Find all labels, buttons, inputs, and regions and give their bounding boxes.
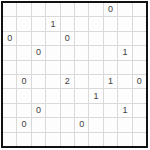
empty-cell[interactable]	[89, 61, 102, 74]
empty-cell[interactable]	[17, 3, 30, 16]
clue-cell[interactable]: 0	[17, 75, 30, 88]
empty-cell[interactable]	[17, 104, 30, 117]
clue-cell[interactable]: 2	[61, 75, 74, 88]
clue-cell[interactable]: 0	[32, 46, 45, 59]
empty-cell[interactable]	[118, 3, 131, 16]
empty-cell[interactable]	[32, 118, 45, 131]
empty-cell[interactable]	[104, 17, 117, 30]
empty-cell[interactable]	[118, 32, 131, 45]
empty-cell[interactable]	[32, 32, 45, 45]
empty-cell[interactable]	[32, 89, 45, 102]
empty-cell[interactable]	[61, 133, 74, 146]
empty-cell[interactable]	[89, 3, 102, 16]
empty-cell[interactable]	[46, 46, 59, 59]
empty-cell[interactable]	[61, 3, 74, 16]
empty-cell[interactable]	[46, 3, 59, 16]
empty-cell[interactable]	[61, 89, 74, 102]
empty-cell[interactable]	[46, 118, 59, 131]
empty-cell[interactable]	[3, 118, 16, 131]
empty-cell[interactable]	[118, 118, 131, 131]
clue-cell[interactable]: 0	[104, 3, 117, 16]
clue-cell[interactable]: 1	[89, 89, 102, 102]
empty-cell[interactable]	[61, 17, 74, 30]
empty-cell[interactable]	[17, 89, 30, 102]
empty-cell[interactable]	[89, 104, 102, 117]
empty-cell[interactable]	[118, 17, 131, 30]
empty-cell[interactable]	[133, 46, 146, 59]
empty-cell[interactable]	[133, 32, 146, 45]
empty-cell[interactable]	[32, 75, 45, 88]
clue-cell[interactable]: 0	[17, 118, 30, 131]
clue-cell[interactable]: 1	[118, 46, 131, 59]
empty-cell[interactable]	[89, 75, 102, 88]
empty-cell[interactable]	[118, 89, 131, 102]
empty-cell[interactable]	[75, 104, 88, 117]
empty-cell[interactable]	[46, 104, 59, 117]
empty-cell[interactable]	[89, 17, 102, 30]
empty-cell[interactable]	[133, 89, 146, 102]
empty-cell[interactable]	[104, 118, 117, 131]
empty-cell[interactable]	[75, 75, 88, 88]
empty-cell[interactable]	[118, 61, 131, 74]
empty-cell[interactable]	[133, 133, 146, 146]
empty-cell[interactable]	[61, 46, 74, 59]
empty-cell[interactable]	[32, 133, 45, 146]
empty-cell[interactable]	[104, 61, 117, 74]
empty-cell[interactable]	[118, 133, 131, 146]
empty-cell[interactable]	[3, 104, 16, 117]
empty-cell[interactable]	[75, 3, 88, 16]
empty-cell[interactable]	[3, 17, 16, 30]
empty-cell[interactable]	[3, 3, 16, 16]
clue-cell[interactable]: 1	[118, 104, 131, 117]
clue-cell[interactable]: 0	[3, 32, 16, 45]
empty-cell[interactable]	[75, 61, 88, 74]
empty-cell[interactable]	[104, 133, 117, 146]
empty-cell[interactable]	[17, 46, 30, 59]
empty-cell[interactable]	[17, 133, 30, 146]
clue-cell[interactable]: 0	[75, 118, 88, 131]
clue-cell[interactable]: 1	[104, 75, 117, 88]
clue-cell[interactable]: 1	[46, 17, 59, 30]
empty-cell[interactable]	[75, 32, 88, 45]
empty-cell[interactable]	[104, 89, 117, 102]
clue-cell[interactable]: 0	[133, 75, 146, 88]
empty-cell[interactable]	[46, 32, 59, 45]
empty-cell[interactable]	[61, 104, 74, 117]
empty-cell[interactable]	[46, 133, 59, 146]
empty-cell[interactable]	[133, 3, 146, 16]
clue-cell[interactable]: 0	[61, 32, 74, 45]
empty-cell[interactable]	[3, 61, 16, 74]
empty-cell[interactable]	[3, 46, 16, 59]
empty-cell[interactable]	[89, 133, 102, 146]
empty-cell[interactable]	[32, 3, 45, 16]
empty-cell[interactable]	[104, 32, 117, 45]
empty-cell[interactable]	[89, 32, 102, 45]
slitherlink-board: 010001021010100	[1, 1, 148, 148]
empty-cell[interactable]	[46, 75, 59, 88]
empty-cell[interactable]	[75, 46, 88, 59]
empty-cell[interactable]	[133, 104, 146, 117]
empty-cell[interactable]	[75, 17, 88, 30]
clue-cell[interactable]: 0	[32, 104, 45, 117]
empty-cell[interactable]	[75, 89, 88, 102]
empty-cell[interactable]	[133, 17, 146, 30]
empty-cell[interactable]	[104, 46, 117, 59]
empty-cell[interactable]	[61, 118, 74, 131]
empty-cell[interactable]	[3, 89, 16, 102]
empty-cell[interactable]	[89, 46, 102, 59]
empty-cell[interactable]	[89, 118, 102, 131]
empty-cell[interactable]	[17, 61, 30, 74]
empty-cell[interactable]	[32, 17, 45, 30]
empty-cell[interactable]	[17, 32, 30, 45]
empty-cell[interactable]	[133, 118, 146, 131]
empty-cell[interactable]	[104, 104, 117, 117]
empty-cell[interactable]	[32, 61, 45, 74]
empty-cell[interactable]	[46, 89, 59, 102]
empty-cell[interactable]	[118, 75, 131, 88]
empty-cell[interactable]	[61, 61, 74, 74]
empty-cell[interactable]	[133, 61, 146, 74]
empty-cell[interactable]	[46, 61, 59, 74]
empty-cell[interactable]	[3, 75, 16, 88]
empty-cell[interactable]	[17, 17, 30, 30]
empty-cell[interactable]	[75, 133, 88, 146]
empty-cell[interactable]	[3, 133, 16, 146]
